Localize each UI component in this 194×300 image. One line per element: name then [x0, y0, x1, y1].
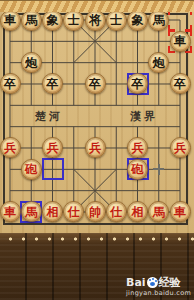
control-panel: 帥 新局 设置 悔棋 菜单 提示 Bai 经验 jingyan.baidu.co… — [0, 233, 194, 300]
xiangqi-piece[interactable]: 帥 — [85, 201, 106, 222]
wood-frame-bottom — [0, 0, 194, 12]
baidu-brand-suffix: 经验 — [159, 276, 181, 289]
xiangqi-piece[interactable]: 車 — [170, 201, 191, 222]
xiangqi-piece[interactable]: 砲 — [127, 159, 148, 180]
xiangqi-piece[interactable]: 車 — [0, 201, 21, 222]
xiangqi-piece[interactable]: 馬 — [21, 10, 42, 31]
baidu-logo: Bai 经验 — [126, 276, 192, 289]
river-label-left: 楚河 — [26, 109, 72, 124]
baidu-brand-prefix: Bai — [126, 276, 146, 289]
river-label-right: 漢界 — [121, 109, 167, 124]
xiangqi-piece[interactable]: 馬 — [148, 10, 169, 31]
xiangqi-piece[interactable]: 炮 — [21, 52, 42, 73]
xiangqi-piece[interactable]: 砲 — [21, 159, 42, 180]
nail-row — [0, 235, 194, 241]
highlight-square — [42, 158, 64, 180]
xiangqi-piece[interactable]: 卒 — [85, 73, 106, 94]
xiangqi-board[interactable]: 楚河 漢界 車馬象士将士象馬車炮炮卒卒卒卒卒兵兵兵兵兵砲砲車馬相仕帥仕相馬車 — [0, 0, 194, 233]
xiangqi-piece[interactable]: 兵 — [0, 137, 21, 158]
xiangqi-app: 楚河 漢界 車馬象士将士象馬車炮炮卒卒卒卒卒兵兵兵兵兵砲砲車馬相仕帥仕相馬車 帥… — [0, 0, 194, 300]
xiangqi-piece[interactable]: 将 — [85, 10, 106, 31]
marker-line — [158, 164, 160, 175]
xiangqi-piece[interactable]: 兵 — [85, 137, 106, 158]
xiangqi-piece[interactable]: 車 — [0, 10, 21, 31]
xiangqi-piece[interactable]: 象 — [42, 10, 63, 31]
cannon-point-marker-icon — [153, 164, 164, 175]
xiangqi-piece[interactable]: 卒 — [0, 73, 21, 94]
baidu-watermark: Bai 经验 jingyan.baidu.com — [126, 276, 192, 297]
xiangqi-piece[interactable]: 士 — [63, 10, 84, 31]
xiangqi-piece[interactable]: 士 — [106, 10, 127, 31]
baidu-paw-icon — [147, 277, 158, 288]
xiangqi-piece[interactable]: 兵 — [170, 137, 191, 158]
xiangqi-piece[interactable]: 卒 — [170, 73, 191, 94]
xiangqi-piece[interactable]: 象 — [127, 10, 148, 31]
baidu-watermark-url: jingyan.baidu.com — [126, 289, 192, 297]
xiangqi-piece[interactable]: 車 — [170, 31, 191, 52]
